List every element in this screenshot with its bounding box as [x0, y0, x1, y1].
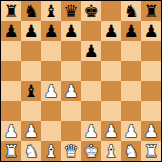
square-b7[interactable]: ♟ [21, 21, 41, 41]
piece-white-knight[interactable]: ♞ [123, 141, 138, 161]
square-h3[interactable] [141, 101, 161, 121]
square-a5[interactable] [1, 61, 21, 81]
square-f6[interactable] [101, 41, 121, 61]
square-d6[interactable] [61, 41, 81, 61]
square-b4[interactable]: ♝ [21, 81, 41, 101]
piece-white-king[interactable]: ♚ [83, 141, 98, 161]
square-e8[interactable]: ♚ [81, 1, 101, 21]
square-e6[interactable]: ♟ [81, 41, 101, 61]
square-h7[interactable]: ♟ [141, 21, 161, 41]
square-a3[interactable] [1, 101, 21, 121]
piece-white-rook[interactable]: ♜ [3, 141, 18, 161]
piece-white-bishop[interactable]: ♝ [103, 141, 118, 161]
piece-black-knight[interactable]: ♞ [23, 1, 38, 21]
piece-black-pawn[interactable]: ♟ [143, 21, 158, 41]
square-d1[interactable]: ♛ [61, 141, 81, 161]
square-a7[interactable]: ♟ [1, 21, 21, 41]
square-h6[interactable] [141, 41, 161, 61]
square-c1[interactable]: ♝ [41, 141, 61, 161]
square-h8[interactable]: ♜ [141, 1, 161, 21]
square-f8[interactable] [101, 1, 121, 21]
square-f4[interactable] [101, 81, 121, 101]
piece-white-knight[interactable]: ♞ [23, 141, 38, 161]
piece-black-queen[interactable]: ♛ [63, 1, 78, 21]
square-h5[interactable] [141, 61, 161, 81]
piece-black-pawn[interactable]: ♟ [103, 21, 118, 41]
piece-black-pawn[interactable]: ♟ [43, 21, 58, 41]
piece-white-pawn[interactable]: ♟ [63, 81, 78, 101]
piece-white-bishop[interactable]: ♝ [43, 141, 58, 161]
square-h1[interactable]: ♜ [141, 141, 161, 161]
piece-white-pawn[interactable]: ♟ [3, 121, 18, 141]
piece-black-pawn[interactable]: ♟ [83, 41, 98, 61]
square-c7[interactable]: ♟ [41, 21, 61, 41]
square-a1[interactable]: ♜ [1, 141, 21, 161]
chess-board-frame: ♜♞♝♛♚♞♜♟♟♟♟♟♟♟♟♝♟♟♟♟♟♟♟♟♜♞♝♛♚♝♞♜ [0, 0, 162, 162]
square-d8[interactable]: ♛ [61, 1, 81, 21]
square-g4[interactable] [121, 81, 141, 101]
square-e7[interactable] [81, 21, 101, 41]
piece-white-rook[interactable]: ♜ [143, 141, 158, 161]
square-g6[interactable] [121, 41, 141, 61]
square-f7[interactable]: ♟ [101, 21, 121, 41]
square-h2[interactable]: ♟ [141, 121, 161, 141]
square-f5[interactable] [101, 61, 121, 81]
square-d2[interactable] [61, 121, 81, 141]
square-a4[interactable] [1, 81, 21, 101]
piece-black-rook[interactable]: ♜ [3, 1, 18, 21]
square-a2[interactable]: ♟ [1, 121, 21, 141]
square-h4[interactable] [141, 81, 161, 101]
square-a8[interactable]: ♜ [1, 1, 21, 21]
piece-white-pawn[interactable]: ♟ [143, 121, 158, 141]
square-c3[interactable] [41, 101, 61, 121]
square-f2[interactable]: ♟ [101, 121, 121, 141]
piece-black-bishop[interactable]: ♝ [23, 81, 38, 101]
square-b2[interactable]: ♟ [21, 121, 41, 141]
piece-black-pawn[interactable]: ♟ [3, 21, 18, 41]
square-c4[interactable]: ♟ [41, 81, 61, 101]
piece-white-pawn[interactable]: ♟ [83, 121, 98, 141]
square-b1[interactable]: ♞ [21, 141, 41, 161]
square-b6[interactable] [21, 41, 41, 61]
square-c8[interactable]: ♝ [41, 1, 61, 21]
square-g8[interactable]: ♞ [121, 1, 141, 21]
piece-white-pawn[interactable]: ♟ [43, 81, 58, 101]
piece-white-pawn[interactable]: ♟ [103, 121, 118, 141]
piece-white-queen[interactable]: ♛ [63, 141, 78, 161]
square-g7[interactable]: ♟ [121, 21, 141, 41]
square-a6[interactable] [1, 41, 21, 61]
square-e3[interactable] [81, 101, 101, 121]
square-b8[interactable]: ♞ [21, 1, 41, 21]
piece-black-pawn[interactable]: ♟ [63, 21, 78, 41]
square-e4[interactable] [81, 81, 101, 101]
square-d5[interactable] [61, 61, 81, 81]
square-e1[interactable]: ♚ [81, 141, 101, 161]
square-b3[interactable] [21, 101, 41, 121]
piece-black-bishop[interactable]: ♝ [43, 1, 58, 21]
square-e2[interactable]: ♟ [81, 121, 101, 141]
square-f1[interactable]: ♝ [101, 141, 121, 161]
square-g5[interactable] [121, 61, 141, 81]
square-c2[interactable] [41, 121, 61, 141]
piece-white-pawn[interactable]: ♟ [23, 121, 38, 141]
square-g1[interactable]: ♞ [121, 141, 141, 161]
square-c6[interactable] [41, 41, 61, 61]
square-d4[interactable]: ♟ [61, 81, 81, 101]
piece-black-pawn[interactable]: ♟ [123, 21, 138, 41]
piece-black-rook[interactable]: ♜ [143, 1, 158, 21]
chess-board: ♜♞♝♛♚♞♜♟♟♟♟♟♟♟♟♝♟♟♟♟♟♟♟♟♜♞♝♛♚♝♞♜ [0, 0, 162, 162]
square-g2[interactable]: ♟ [121, 121, 141, 141]
piece-black-pawn[interactable]: ♟ [23, 21, 38, 41]
square-d3[interactable] [61, 101, 81, 121]
square-e5[interactable] [81, 61, 101, 81]
square-g3[interactable] [121, 101, 141, 121]
piece-white-pawn[interactable]: ♟ [123, 121, 138, 141]
square-d7[interactable]: ♟ [61, 21, 81, 41]
square-b5[interactable] [21, 61, 41, 81]
square-c5[interactable] [41, 61, 61, 81]
piece-black-knight[interactable]: ♞ [123, 1, 138, 21]
square-f3[interactable] [101, 101, 121, 121]
piece-black-king[interactable]: ♚ [83, 1, 98, 21]
